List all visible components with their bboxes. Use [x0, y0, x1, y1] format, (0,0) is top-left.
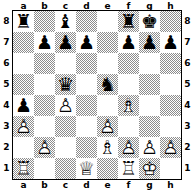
rank-label-3: 3: [0, 116, 13, 137]
square-f1[interactable]: ♜♖: [118, 158, 139, 179]
square-g7[interactable]: ♟: [139, 32, 160, 53]
square-a5[interactable]: [13, 74, 34, 95]
square-f2[interactable]: ♟♙: [118, 137, 139, 158]
file-label-d: d: [76, 179, 97, 191]
rank-label-4: 4: [0, 95, 13, 116]
rank-label-2: 2: [181, 137, 194, 158]
rank-label-2: 2: [0, 137, 13, 158]
white-bishop-f4: ♝♗: [118, 95, 139, 116]
file-label-h: h: [160, 179, 181, 191]
rank-label-8: 8: [181, 11, 194, 32]
black-pawn-f7: ♟: [118, 32, 139, 53]
square-d3[interactable]: [76, 116, 97, 137]
square-a6[interactable]: [13, 53, 34, 74]
black-pawn-b7: ♟: [34, 32, 55, 53]
square-a3[interactable]: ♟♙: [13, 116, 34, 137]
square-a8[interactable]: ♜: [13, 11, 34, 32]
file-label-a: a: [13, 179, 34, 191]
square-b4[interactable]: [34, 95, 55, 116]
square-h5[interactable]: [160, 74, 181, 95]
square-e1[interactable]: [97, 158, 118, 179]
square-c8[interactable]: ♝: [55, 11, 76, 32]
black-rook-f8: ♜: [118, 11, 139, 32]
square-e4[interactable]: [97, 95, 118, 116]
black-queen-c5: ♛: [55, 74, 76, 95]
square-f4[interactable]: ♝♗: [118, 95, 139, 116]
square-d2[interactable]: [76, 137, 97, 158]
file-label-f: f: [118, 179, 139, 191]
black-pawn-a4: ♟: [13, 95, 34, 116]
file-labels-bottom: abcdefgh: [13, 179, 181, 194]
square-e2[interactable]: ♝♗: [97, 137, 118, 158]
chess-board: ♜♝♜♚♟♟♟♟♟♟♛♞♟♟♙♝♗♟♙♟♙♟♙♝♗♟♙♟♙♟♙♜♖♛♕♜♖♚♔: [13, 11, 181, 179]
black-rook-a8: ♜: [13, 11, 34, 32]
file-label-c: c: [55, 1, 76, 11]
square-d6[interactable]: [76, 53, 97, 74]
file-label-a: a: [13, 1, 34, 11]
square-g4[interactable]: [139, 95, 160, 116]
square-c3[interactable]: [55, 116, 76, 137]
square-e8[interactable]: [97, 11, 118, 32]
square-c6[interactable]: [55, 53, 76, 74]
file-label-g: g: [139, 179, 160, 191]
square-f8[interactable]: ♜: [118, 11, 139, 32]
square-a4[interactable]: ♟: [13, 95, 34, 116]
file-label-e: e: [97, 179, 118, 191]
square-b7[interactable]: ♟: [34, 32, 55, 53]
white-pawn-e3: ♟♙: [97, 116, 118, 137]
square-d4[interactable]: [76, 95, 97, 116]
square-g5[interactable]: [139, 74, 160, 95]
white-king-g1: ♚♔: [139, 158, 160, 179]
white-pawn-c4: ♟♙: [55, 95, 76, 116]
square-f7[interactable]: ♟: [118, 32, 139, 53]
rank-label-5: 5: [0, 74, 13, 95]
black-bishop-c8: ♝: [55, 11, 76, 32]
black-king-g8: ♚: [139, 11, 160, 32]
square-h7[interactable]: ♟: [160, 32, 181, 53]
rank-label-1: 1: [0, 158, 13, 179]
rank-label-4: 4: [181, 95, 194, 116]
rank-label-5: 5: [181, 74, 194, 95]
square-g8[interactable]: ♚: [139, 11, 160, 32]
square-f5[interactable]: [118, 74, 139, 95]
white-pawn-b2: ♟♙: [34, 137, 55, 158]
square-b5[interactable]: [34, 74, 55, 95]
black-pawn-h7: ♟: [160, 32, 181, 53]
black-pawn-d7: ♟: [76, 32, 97, 53]
square-b6[interactable]: [34, 53, 55, 74]
chess-diagram: abcdefgh 87654321 ♜♝♜♚♟♟♟♟♟♟♛♞♟♟♙♝♗♟♙♟♙♟…: [0, 0, 194, 194]
square-c1[interactable]: [55, 158, 76, 179]
square-b3[interactable]: [34, 116, 55, 137]
file-label-d: d: [76, 1, 97, 11]
file-label-h: h: [160, 1, 181, 11]
black-pawn-c7: ♟: [55, 32, 76, 53]
square-a7[interactable]: [13, 32, 34, 53]
square-c2[interactable]: [55, 137, 76, 158]
rank-label-7: 7: [0, 32, 13, 53]
white-pawn-f2: ♟♙: [118, 137, 139, 158]
rank-label-8: 8: [0, 11, 13, 32]
white-pawn-h2: ♟♙: [160, 137, 181, 158]
square-d8[interactable]: [76, 11, 97, 32]
white-pawn-g2: ♟♙: [139, 137, 160, 158]
file-label-g: g: [139, 1, 160, 11]
square-c5[interactable]: ♛: [55, 74, 76, 95]
white-rook-f1: ♜♖: [118, 158, 139, 179]
square-d7[interactable]: ♟: [76, 32, 97, 53]
rank-label-1: 1: [181, 158, 194, 179]
square-h4[interactable]: [160, 95, 181, 116]
square-b8[interactable]: [34, 11, 55, 32]
black-pawn-g7: ♟: [139, 32, 160, 53]
square-d1[interactable]: ♛♕: [76, 158, 97, 179]
square-f6[interactable]: [118, 53, 139, 74]
white-bishop-e2: ♝♗: [97, 137, 118, 158]
rank-label-7: 7: [181, 32, 194, 53]
square-h1[interactable]: [160, 158, 181, 179]
rank-labels-left: 87654321: [0, 11, 13, 179]
white-pawn-a3: ♟♙: [13, 116, 34, 137]
square-a1[interactable]: ♜♖: [13, 158, 34, 179]
file-label-c: c: [55, 179, 76, 191]
square-e7[interactable]: [97, 32, 118, 53]
square-f3[interactable]: [118, 116, 139, 137]
square-h6[interactable]: [160, 53, 181, 74]
square-b1[interactable]: [34, 158, 55, 179]
white-rook-a1: ♜♖: [13, 158, 34, 179]
rank-label-6: 6: [181, 53, 194, 74]
file-label-f: f: [118, 1, 139, 11]
square-g2[interactable]: ♟♙: [139, 137, 160, 158]
square-g3[interactable]: [139, 116, 160, 137]
file-label-b: b: [34, 179, 55, 191]
square-c7[interactable]: ♟: [55, 32, 76, 53]
file-label-b: b: [34, 1, 55, 11]
square-e6[interactable]: [97, 53, 118, 74]
square-a2[interactable]: [13, 137, 34, 158]
square-c4[interactable]: ♟♙: [55, 95, 76, 116]
file-label-e: e: [97, 1, 118, 11]
square-e5[interactable]: ♞: [97, 74, 118, 95]
square-g6[interactable]: [139, 53, 160, 74]
rank-labels-right: 87654321: [181, 11, 194, 179]
rank-label-6: 6: [0, 53, 13, 74]
square-g1[interactable]: ♚♔: [139, 158, 160, 179]
square-e3[interactable]: ♟♙: [97, 116, 118, 137]
square-d5[interactable]: [76, 74, 97, 95]
square-b2[interactable]: ♟♙: [34, 137, 55, 158]
square-h2[interactable]: ♟♙: [160, 137, 181, 158]
white-queen-d1: ♛♕: [76, 158, 97, 179]
rank-label-3: 3: [181, 116, 194, 137]
square-h8[interactable]: [160, 11, 181, 32]
black-knight-e5: ♞: [97, 74, 118, 95]
square-h3[interactable]: [160, 116, 181, 137]
